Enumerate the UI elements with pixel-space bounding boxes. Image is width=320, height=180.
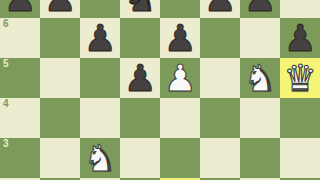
square-h7[interactable]	[280, 0, 320, 18]
black-pawn[interactable]: ♟	[203, 0, 236, 17]
square-g2[interactable]	[240, 178, 280, 180]
board-row-rank-5: 5♟♟♞♛	[0, 58, 320, 98]
square-d2[interactable]	[120, 178, 160, 180]
square-h4[interactable]	[280, 98, 320, 138]
square-d3[interactable]	[120, 138, 160, 178]
black-pawn[interactable]: ♟	[163, 20, 196, 57]
square-e3[interactable]	[160, 138, 200, 178]
square-h6[interactable]: ♟	[280, 18, 320, 58]
square-a7[interactable]: ♟	[0, 0, 40, 18]
black-pawn[interactable]: ♟	[243, 0, 276, 17]
white-pawn[interactable]: ♟	[163, 60, 196, 97]
rank-label-5: 5	[3, 59, 9, 69]
square-c3[interactable]: ♞	[80, 138, 120, 178]
square-c6[interactable]: ♟	[80, 18, 120, 58]
white-knight[interactable]: ♞	[83, 140, 116, 177]
square-g3[interactable]	[240, 138, 280, 178]
square-g4[interactable]	[240, 98, 280, 138]
square-d7[interactable]: ♞	[120, 0, 160, 18]
square-a4[interactable]: 4	[0, 98, 40, 138]
board-row-rank-2	[0, 178, 320, 180]
square-f4[interactable]	[200, 98, 240, 138]
square-e2[interactable]	[160, 178, 200, 180]
square-b6[interactable]	[40, 18, 80, 58]
square-a3[interactable]: 3	[0, 138, 40, 178]
square-a5[interactable]: 5	[0, 58, 40, 98]
square-b2[interactable]	[40, 178, 80, 180]
square-e5[interactable]: ♟	[160, 58, 200, 98]
square-f6[interactable]	[200, 18, 240, 58]
square-g5[interactable]: ♞	[240, 58, 280, 98]
square-f3[interactable]	[200, 138, 240, 178]
square-e6[interactable]: ♟	[160, 18, 200, 58]
square-g7[interactable]: ♟	[240, 0, 280, 18]
square-c4[interactable]	[80, 98, 120, 138]
square-c2[interactable]	[80, 178, 120, 180]
rank-label-4: 4	[3, 99, 9, 109]
white-queen[interactable]: ♛	[283, 60, 316, 97]
black-pawn[interactable]: ♟	[283, 20, 316, 57]
square-a2[interactable]	[0, 178, 40, 180]
square-d6[interactable]	[120, 18, 160, 58]
black-knight[interactable]: ♞	[123, 0, 156, 17]
black-pawn[interactable]: ♟	[43, 0, 76, 17]
square-c7[interactable]	[80, 0, 120, 18]
rank-label-6: 6	[3, 19, 9, 29]
square-d5[interactable]: ♟	[120, 58, 160, 98]
board-row-rank-3: 3♞	[0, 138, 320, 178]
rank-label-3: 3	[3, 139, 9, 149]
board-row-rank-7: ♟♟♞♟♟	[0, 0, 320, 18]
square-h5[interactable]: ♛	[280, 58, 320, 98]
black-pawn[interactable]: ♟	[123, 60, 156, 97]
board-row-rank-4: 4	[0, 98, 320, 138]
square-h3[interactable]	[280, 138, 320, 178]
black-pawn[interactable]: ♟	[3, 0, 36, 17]
square-b3[interactable]	[40, 138, 80, 178]
chess-board: ♟♟♞♟♟6♟♟♟5♟♟♞♛43♞	[0, 0, 320, 180]
square-a6[interactable]: 6	[0, 18, 40, 58]
white-knight[interactable]: ♞	[243, 60, 276, 97]
square-f2[interactable]	[200, 178, 240, 180]
square-g6[interactable]	[240, 18, 280, 58]
square-f5[interactable]	[200, 58, 240, 98]
black-pawn[interactable]: ♟	[83, 20, 116, 57]
square-e4[interactable]	[160, 98, 200, 138]
square-b4[interactable]	[40, 98, 80, 138]
square-f7[interactable]: ♟	[200, 0, 240, 18]
square-e7[interactable]	[160, 0, 200, 18]
square-h2[interactable]	[280, 178, 320, 180]
square-c5[interactable]	[80, 58, 120, 98]
board-row-rank-6: 6♟♟♟	[0, 18, 320, 58]
square-b7[interactable]: ♟	[40, 0, 80, 18]
square-b5[interactable]	[40, 58, 80, 98]
square-d4[interactable]	[120, 98, 160, 138]
